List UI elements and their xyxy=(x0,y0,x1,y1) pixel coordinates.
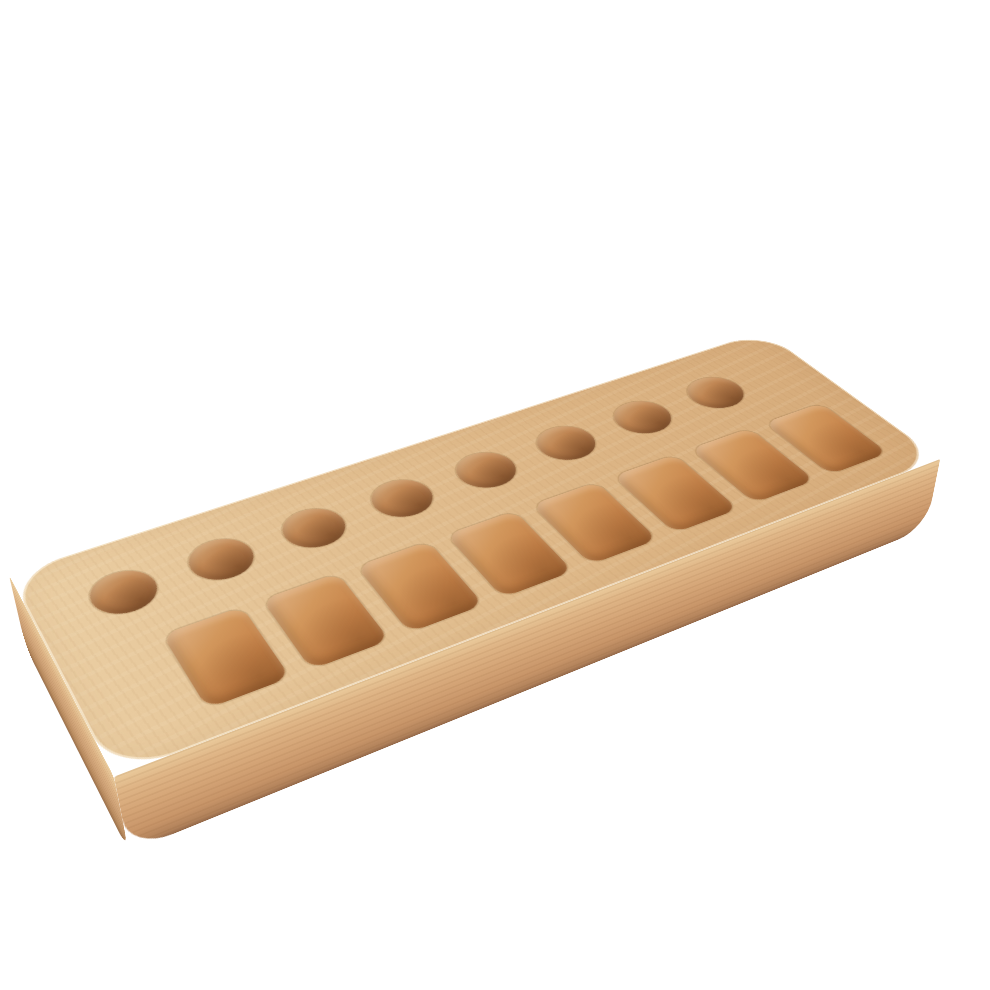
pit-front-3[interactable] xyxy=(356,541,484,633)
pit-back-4[interactable] xyxy=(361,474,444,524)
pit-back-6[interactable] xyxy=(526,421,606,467)
product-photo-scene xyxy=(0,0,990,990)
pit-back-7[interactable] xyxy=(603,396,682,439)
pit-back-2[interactable] xyxy=(179,532,264,587)
pit-front-4[interactable] xyxy=(446,511,573,598)
pit-front-1[interactable] xyxy=(162,607,290,709)
pit-back-1[interactable] xyxy=(81,563,167,621)
pit-board xyxy=(9,331,940,776)
pit-back-3[interactable] xyxy=(272,502,356,555)
pit-back-5[interactable] xyxy=(446,446,527,494)
pit-back-8[interactable] xyxy=(677,372,755,414)
pit-front-2[interactable] xyxy=(262,573,390,670)
